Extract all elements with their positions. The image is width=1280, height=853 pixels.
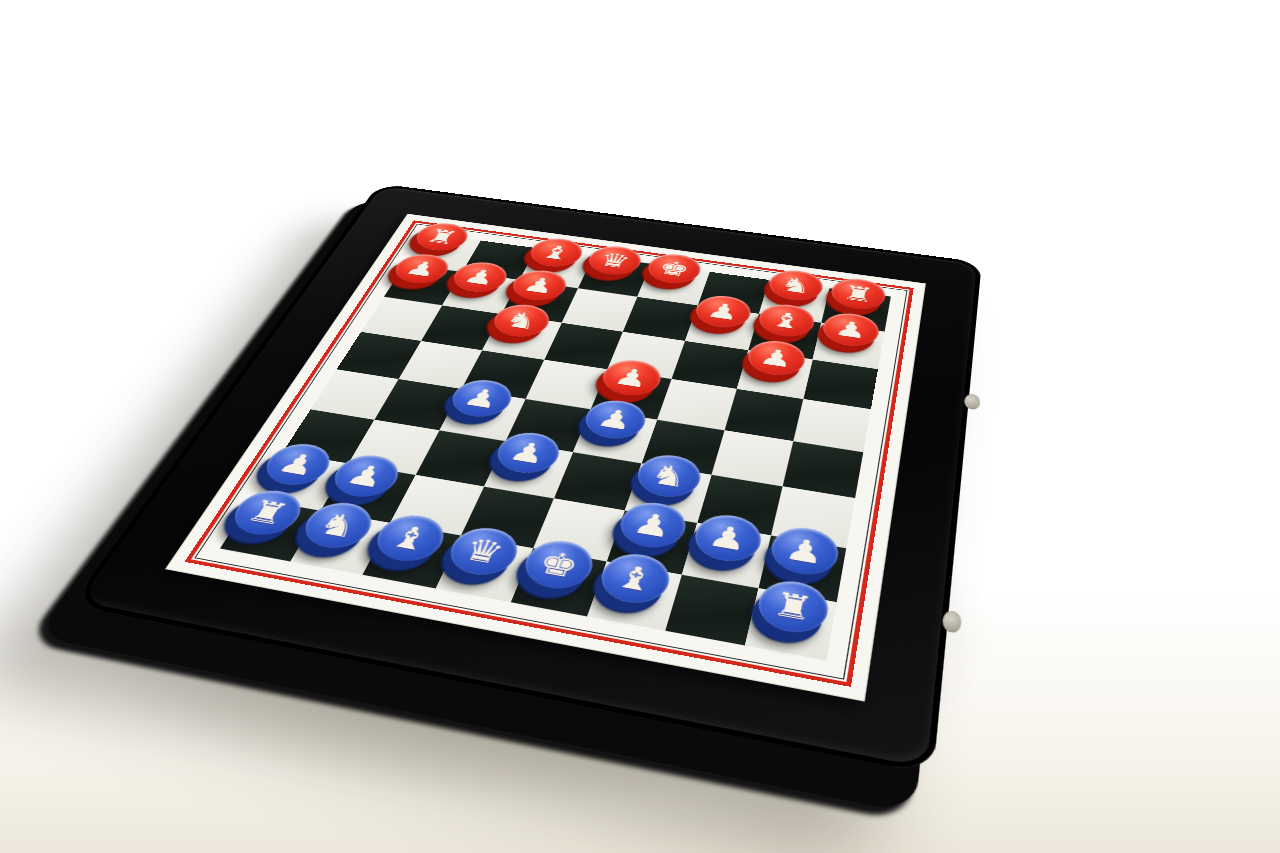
pawn-glyph: ♟: [630, 508, 676, 543]
rook-glyph: ♜: [770, 587, 817, 626]
pawn-glyph: ♟: [833, 317, 869, 342]
board-square[interactable]: [665, 575, 758, 646]
board-red-border: ♜♝♛♚♞♜♟♟♟♟♝♟♞♟♟♟♟♟♞♟♟♟♟♟♜♞♝♛♚♝♜: [185, 220, 914, 687]
bishop-glyph: ♝: [537, 242, 575, 264]
pawn-glyph: ♟: [705, 520, 750, 555]
knight-glyph: ♞: [778, 274, 814, 297]
pawn-glyph: ♟: [342, 460, 391, 492]
board-square[interactable]: ♛: [436, 536, 533, 603]
pawn-glyph: ♟: [611, 364, 652, 391]
piece-red-rook[interactable]: ♜: [410, 221, 474, 254]
pawn-glyph: ♟: [402, 258, 442, 280]
knight-glyph: ♞: [312, 508, 364, 543]
piece-blue-knight[interactable]: ♞: [295, 499, 380, 553]
board-square[interactable]: [657, 379, 737, 430]
king-glyph: ♚: [534, 546, 583, 583]
piece-red-bishop[interactable]: ♝: [525, 236, 588, 270]
pawn-glyph: ♟: [505, 437, 551, 468]
rook-glyph: ♜: [423, 226, 462, 247]
piece-blue-queen[interactable]: ♛: [442, 523, 525, 579]
board-square[interactable]: ♜: [745, 588, 837, 660]
board-square[interactable]: [711, 430, 793, 486]
pawn-glyph: ♟: [460, 266, 500, 289]
tray-hinge-knob-top: [964, 393, 981, 410]
bishop-glyph: ♝: [611, 560, 659, 598]
pawn-glyph: ♟: [594, 405, 637, 434]
piece-red-knight[interactable]: ♞: [766, 268, 826, 304]
knight-glyph: ♞: [647, 460, 691, 492]
knight-glyph: ♞: [501, 308, 542, 333]
queen-glyph: ♛: [596, 250, 633, 272]
pawn-glyph: ♟: [273, 449, 323, 480]
rook-glyph: ♜: [841, 282, 876, 305]
pawn-glyph: ♟: [757, 345, 796, 371]
king-glyph: ♚: [656, 257, 693, 279]
bishop-glyph: ♝: [768, 308, 805, 333]
board-sheet: ♜♝♛♚♞♜♟♟♟♟♝♟♞♟♟♟♟♟♞♟♟♟♟♟♜♞♝♛♚♝♜: [167, 214, 925, 700]
pawn-glyph: ♟: [782, 533, 827, 569]
queen-glyph: ♛: [459, 533, 509, 569]
pawn-glyph: ♟: [460, 384, 504, 412]
piece-red-king[interactable]: ♚: [643, 251, 705, 286]
rook-glyph: ♜: [241, 496, 293, 530]
scene: ♜♝♛♚♞♜♟♟♟♟♝♟♞♟♟♟♟♟♞♟♟♟♟♟♜♞♝♛♚♝♜: [0, 0, 1280, 853]
piece-red-queen[interactable]: ♛: [584, 244, 646, 278]
piece-red-pawn[interactable]: ♟: [744, 338, 809, 379]
board-grid: ♜♝♛♚♞♜♟♟♟♟♝♟♞♟♟♟♟♟♞♟♟♟♟♟♜♞♝♛♚♝♜: [220, 233, 891, 661]
pawn-glyph: ♟: [704, 299, 742, 323]
piece-red-rook[interactable]: ♜: [828, 276, 887, 313]
bishop-glyph: ♝: [385, 520, 436, 555]
pawn-glyph: ♟: [520, 274, 559, 297]
